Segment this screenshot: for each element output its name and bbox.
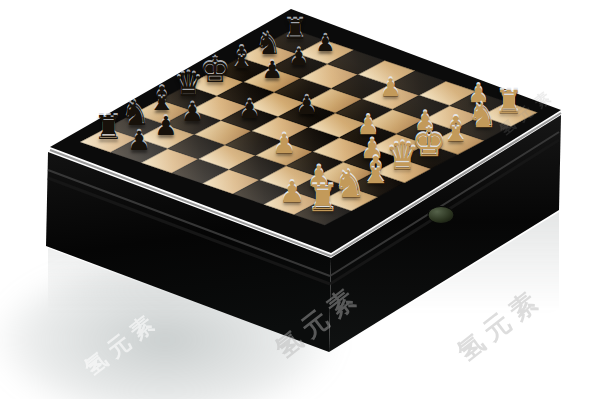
chess-piece-black-pawn[interactable]: ♟ xyxy=(296,93,319,118)
chess-piece-black-pawn[interactable]: ♟ xyxy=(238,96,261,121)
chess-piece-white-pawn[interactable]: ♟ xyxy=(380,76,402,100)
chess-piece-black-pawn[interactable]: ♟ xyxy=(181,100,204,125)
chess-set-photo: ♜♟♞♟♝♟♚♟♛♟♝♜♟♟♟♞♞♟♟♟♜♝♟♟♚♟♛♝♟♞♟♜ 氢元素氢元素氢… xyxy=(0,0,600,399)
chess-piece-black-pawn[interactable]: ♟ xyxy=(154,114,177,140)
chess-piece-white-pawn[interactable]: ♟ xyxy=(272,130,296,157)
chess-piece-black-rook[interactable]: ♜ xyxy=(282,17,307,45)
chess-piece-black-king[interactable]: ♚ xyxy=(199,53,230,88)
chess-piece-black-pawn[interactable]: ♟ xyxy=(288,46,309,69)
chess-piece-white-pawn[interactable]: ♟ xyxy=(279,177,305,206)
chess-piece-black-bishop[interactable]: ♝ xyxy=(228,43,255,73)
chess-piece-black-knight[interactable]: ♞ xyxy=(255,30,281,60)
chess-piece-black-pawn[interactable]: ♟ xyxy=(315,32,335,54)
drawer-knob xyxy=(428,207,454,224)
chess-piece-white-knight[interactable]: ♞ xyxy=(467,99,497,133)
chess-piece-black-pawn[interactable]: ♟ xyxy=(262,59,283,83)
chess-piece-black-pawn[interactable]: ♟ xyxy=(127,127,151,153)
chess-piece-white-rook[interactable]: ♜ xyxy=(306,180,339,217)
chess-piece-black-rook[interactable]: ♜ xyxy=(94,111,124,144)
